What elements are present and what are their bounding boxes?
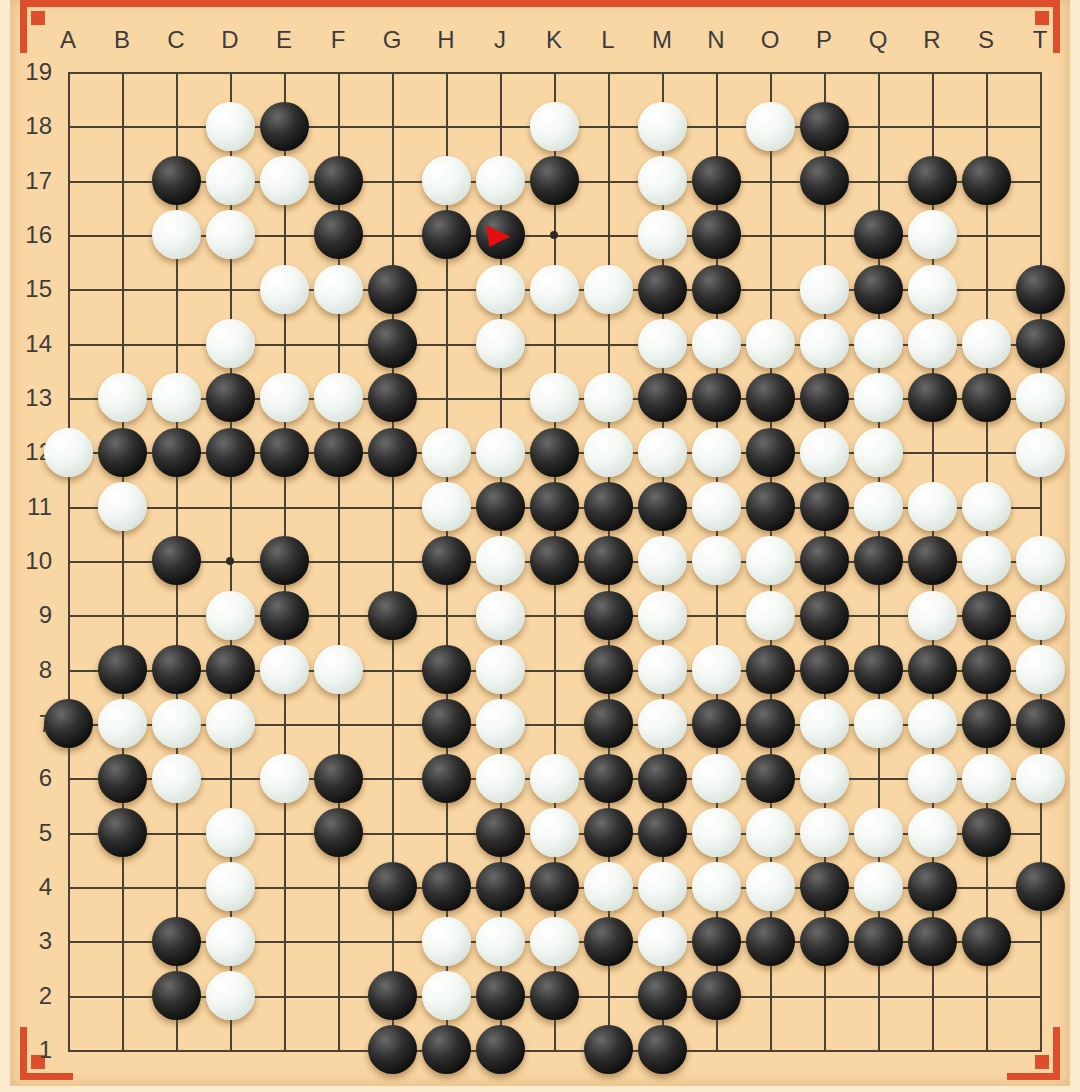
row-label-16: 16 — [8, 221, 52, 249]
stone-black-N13 — [692, 373, 741, 422]
stone-white-J14 — [476, 319, 525, 368]
board-cell[interactable] — [122, 72, 176, 126]
stone-black-R13 — [908, 373, 957, 422]
go-app-screen: ABCDEFGHJKLMNOPQRST191817161514131211109… — [0, 0, 1080, 1092]
stone-black-R3 — [908, 917, 957, 966]
stone-white-T6 — [1016, 754, 1065, 803]
stone-black-K2 — [530, 971, 579, 1020]
column-label-J: J — [473, 26, 527, 54]
stone-white-J8 — [476, 645, 525, 694]
stone-black-H10 — [422, 536, 471, 585]
stone-black-N15 — [692, 265, 741, 314]
stone-black-F6 — [314, 754, 363, 803]
stone-white-N5 — [692, 808, 741, 857]
column-label-Q: Q — [851, 26, 905, 54]
column-label-A: A — [41, 26, 95, 54]
stone-black-M2 — [638, 971, 687, 1020]
stone-white-E17 — [260, 156, 309, 205]
column-label-K: K — [527, 26, 581, 54]
stone-black-T7 — [1016, 699, 1065, 748]
stone-black-L7 — [584, 699, 633, 748]
row-label-8: 8 — [8, 656, 52, 684]
column-label-H: H — [419, 26, 473, 54]
stone-black-P9 — [800, 591, 849, 640]
stone-white-N11 — [692, 482, 741, 531]
stone-black-G9 — [368, 591, 417, 640]
stone-white-P14 — [800, 319, 849, 368]
board-cell[interactable] — [392, 72, 446, 126]
stone-white-F15 — [314, 265, 363, 314]
stone-black-L3 — [584, 917, 633, 966]
stone-black-J4 — [476, 862, 525, 911]
stone-white-J6 — [476, 754, 525, 803]
board-cell[interactable] — [770, 996, 824, 1050]
stone-white-J9 — [476, 591, 525, 640]
stone-white-J3 — [476, 917, 525, 966]
column-label-T: T — [1013, 26, 1067, 54]
stone-white-P7 — [800, 699, 849, 748]
stone-white-B7 — [98, 699, 147, 748]
stone-white-P15 — [800, 265, 849, 314]
stone-black-D13 — [206, 373, 255, 422]
board-cell[interactable] — [68, 126, 122, 180]
row-label-1: 1 — [8, 1036, 52, 1064]
stone-black-E12 — [260, 428, 309, 477]
board-cell[interactable] — [338, 72, 392, 126]
stone-white-D3 — [206, 917, 255, 966]
row-label-5: 5 — [8, 819, 52, 847]
stone-black-P11 — [800, 482, 849, 531]
row-label-15: 15 — [8, 275, 52, 303]
stone-black-J2 — [476, 971, 525, 1020]
stone-white-Q4 — [854, 862, 903, 911]
row-label-18: 18 — [8, 112, 52, 140]
stone-black-O7 — [746, 699, 795, 748]
stone-white-C16 — [152, 210, 201, 259]
stone-black-S8 — [962, 645, 1011, 694]
stone-white-K18 — [530, 102, 579, 151]
stone-white-R5 — [908, 808, 957, 857]
frame-top-bar — [20, 0, 1060, 7]
stone-white-E13 — [260, 373, 309, 422]
stone-black-P3 — [800, 917, 849, 966]
board-cell[interactable] — [68, 941, 122, 995]
row-label-13: 13 — [8, 384, 52, 412]
board-cell[interactable] — [284, 941, 338, 995]
column-label-C: C — [149, 26, 203, 54]
stone-white-L4 — [584, 862, 633, 911]
column-label-D: D — [203, 26, 257, 54]
stone-black-C3 — [152, 917, 201, 966]
stone-white-Q12 — [854, 428, 903, 477]
stone-white-N10 — [692, 536, 741, 585]
stone-black-K11 — [530, 482, 579, 531]
stone-black-K12 — [530, 428, 579, 477]
row-label-9: 9 — [8, 601, 52, 629]
stone-black-E18 — [260, 102, 309, 151]
stone-black-C10 — [152, 536, 201, 585]
stone-white-M18 — [638, 102, 687, 151]
stone-white-M14 — [638, 319, 687, 368]
stone-black-H4 — [422, 862, 471, 911]
star-point-D10 — [226, 557, 234, 565]
stone-white-F13 — [314, 373, 363, 422]
stone-black-N17 — [692, 156, 741, 205]
stone-black-L6 — [584, 754, 633, 803]
stone-white-K5 — [530, 808, 579, 857]
stone-black-L5 — [584, 808, 633, 857]
stone-black-S9 — [962, 591, 1011, 640]
board-cell[interactable] — [932, 996, 986, 1050]
board-cell[interactable] — [68, 561, 122, 615]
stone-black-M15 — [638, 265, 687, 314]
stone-black-G4 — [368, 862, 417, 911]
stone-black-C17 — [152, 156, 201, 205]
stone-white-T13 — [1016, 373, 1065, 422]
stone-black-M5 — [638, 808, 687, 857]
stone-white-D5 — [206, 808, 255, 857]
stone-white-Q7 — [854, 699, 903, 748]
stone-black-O6 — [746, 754, 795, 803]
row-label-6: 6 — [8, 764, 52, 792]
stone-black-M1 — [638, 1025, 687, 1074]
stone-white-C13 — [152, 373, 201, 422]
stone-white-P6 — [800, 754, 849, 803]
stone-black-K10 — [530, 536, 579, 585]
stone-black-B5 — [98, 808, 147, 857]
stone-black-R10 — [908, 536, 957, 585]
column-label-S: S — [959, 26, 1013, 54]
stone-white-S11 — [962, 482, 1011, 531]
stone-white-N12 — [692, 428, 741, 477]
stone-white-M4 — [638, 862, 687, 911]
board-cell[interactable] — [284, 887, 338, 941]
stone-white-N4 — [692, 862, 741, 911]
stone-black-L11 — [584, 482, 633, 531]
stone-white-R15 — [908, 265, 957, 314]
board-cell[interactable] — [446, 72, 500, 126]
stone-black-T4 — [1016, 862, 1065, 911]
stone-black-A7 — [44, 699, 93, 748]
stone-black-G14 — [368, 319, 417, 368]
stone-white-K6 — [530, 754, 579, 803]
stone-black-L10 — [584, 536, 633, 585]
column-label-P: P — [797, 26, 851, 54]
stone-white-D14 — [206, 319, 255, 368]
row-label-3: 3 — [8, 927, 52, 955]
stone-black-P13 — [800, 373, 849, 422]
row-label-19: 19 — [8, 58, 52, 86]
stone-black-O3 — [746, 917, 795, 966]
star-point-K16 — [550, 231, 558, 239]
stone-black-H1 — [422, 1025, 471, 1074]
stone-white-T8 — [1016, 645, 1065, 694]
stone-black-Q16 — [854, 210, 903, 259]
stone-black-K17 — [530, 156, 579, 205]
stone-white-N14 — [692, 319, 741, 368]
stone-white-P12 — [800, 428, 849, 477]
column-label-R: R — [905, 26, 959, 54]
stone-white-M12 — [638, 428, 687, 477]
board-cell[interactable] — [68, 996, 122, 1050]
stone-white-K13 — [530, 373, 579, 422]
board-cell[interactable] — [338, 507, 392, 561]
stone-black-R4 — [908, 862, 957, 911]
stone-white-D9 — [206, 591, 255, 640]
stone-black-M11 — [638, 482, 687, 531]
stone-black-G13 — [368, 373, 417, 422]
stone-black-S17 — [962, 156, 1011, 205]
stone-white-J10 — [476, 536, 525, 585]
stone-white-R14 — [908, 319, 957, 368]
row-label-10: 10 — [8, 547, 52, 575]
stone-black-E10 — [260, 536, 309, 585]
stone-black-P10 — [800, 536, 849, 585]
stone-white-R16 — [908, 210, 957, 259]
stone-white-R7 — [908, 699, 957, 748]
stone-black-Q15 — [854, 265, 903, 314]
stone-white-Q11 — [854, 482, 903, 531]
stone-black-E9 — [260, 591, 309, 640]
stone-white-O4 — [746, 862, 795, 911]
stone-black-J5 — [476, 808, 525, 857]
column-label-M: M — [635, 26, 689, 54]
column-label-B: B — [95, 26, 149, 54]
stone-black-P17 — [800, 156, 849, 205]
stone-white-C7 — [152, 699, 201, 748]
column-label-E: E — [257, 26, 311, 54]
board-cell[interactable] — [986, 72, 1040, 126]
board-cell[interactable] — [824, 996, 878, 1050]
column-label-F: F — [311, 26, 365, 54]
board-cell[interactable] — [878, 996, 932, 1050]
stone-black-H16 — [422, 210, 471, 259]
stone-white-N6 — [692, 754, 741, 803]
stone-black-P4 — [800, 862, 849, 911]
stone-black-N2 — [692, 971, 741, 1020]
column-label-L: L — [581, 26, 635, 54]
stone-white-J12 — [476, 428, 525, 477]
stone-black-H7 — [422, 699, 471, 748]
stone-black-G1 — [368, 1025, 417, 1074]
stone-black-F16 — [314, 210, 363, 259]
stone-black-O11 — [746, 482, 795, 531]
stone-white-Q5 — [854, 808, 903, 857]
stone-white-E8 — [260, 645, 309, 694]
stone-white-M3 — [638, 917, 687, 966]
stone-black-C12 — [152, 428, 201, 477]
board-cell[interactable] — [68, 887, 122, 941]
stone-white-Q14 — [854, 319, 903, 368]
board-cell[interactable] — [68, 181, 122, 235]
stone-white-S10 — [962, 536, 1011, 585]
column-label-O: O — [743, 26, 797, 54]
stone-white-O9 — [746, 591, 795, 640]
stone-white-O5 — [746, 808, 795, 857]
stone-white-H11 — [422, 482, 471, 531]
stone-white-M10 — [638, 536, 687, 585]
stone-black-O8 — [746, 645, 795, 694]
board-cell[interactable] — [284, 996, 338, 1050]
stone-white-K3 — [530, 917, 579, 966]
stone-black-C2 — [152, 971, 201, 1020]
stone-black-N7 — [692, 699, 741, 748]
stone-black-G15 — [368, 265, 417, 314]
board-cell[interactable] — [986, 996, 1040, 1050]
stone-white-E15 — [260, 265, 309, 314]
stone-black-M6 — [638, 754, 687, 803]
stone-white-A12 — [44, 428, 93, 477]
board-cell[interactable] — [878, 72, 932, 126]
stone-white-H3 — [422, 917, 471, 966]
stone-black-M13 — [638, 373, 687, 422]
stone-white-J7 — [476, 699, 525, 748]
board-cell[interactable] — [932, 72, 986, 126]
stone-white-D4 — [206, 862, 255, 911]
stone-black-H6 — [422, 754, 471, 803]
stone-white-D2 — [206, 971, 255, 1020]
board-cell[interactable] — [68, 72, 122, 126]
stone-black-T14 — [1016, 319, 1065, 368]
stone-white-R6 — [908, 754, 957, 803]
stone-black-O13 — [746, 373, 795, 422]
stone-white-L12 — [584, 428, 633, 477]
board-cell[interactable] — [68, 235, 122, 289]
stone-black-B8 — [98, 645, 147, 694]
stone-black-J11 — [476, 482, 525, 531]
stone-white-O14 — [746, 319, 795, 368]
stone-black-Q10 — [854, 536, 903, 585]
stone-white-R9 — [908, 591, 957, 640]
stone-white-D17 — [206, 156, 255, 205]
stone-white-T9 — [1016, 591, 1065, 640]
stone-black-N3 — [692, 917, 741, 966]
stone-black-D12 — [206, 428, 255, 477]
stone-white-K15 — [530, 265, 579, 314]
stone-black-S13 — [962, 373, 1011, 422]
stone-black-F17 — [314, 156, 363, 205]
column-label-G: G — [365, 26, 419, 54]
stone-white-F8 — [314, 645, 363, 694]
stone-white-H12 — [422, 428, 471, 477]
stone-black-Q8 — [854, 645, 903, 694]
stone-white-E6 — [260, 754, 309, 803]
stone-black-J1 — [476, 1025, 525, 1074]
board-cell[interactable] — [122, 289, 176, 343]
stone-black-G12 — [368, 428, 417, 477]
stone-black-L8 — [584, 645, 633, 694]
stone-white-M8 — [638, 645, 687, 694]
stone-black-S3 — [962, 917, 1011, 966]
stone-white-S14 — [962, 319, 1011, 368]
row-label-4: 4 — [8, 873, 52, 901]
stone-black-H8 — [422, 645, 471, 694]
stone-white-R11 — [908, 482, 957, 531]
stone-white-L15 — [584, 265, 633, 314]
stone-black-F5 — [314, 808, 363, 857]
stone-black-G2 — [368, 971, 417, 1020]
stone-black-B12 — [98, 428, 147, 477]
stone-white-O10 — [746, 536, 795, 585]
stone-black-L9 — [584, 591, 633, 640]
stone-black-Q3 — [854, 917, 903, 966]
row-label-11: 11 — [8, 493, 52, 521]
column-label-N: N — [689, 26, 743, 54]
stone-white-J15 — [476, 265, 525, 314]
row-label-14: 14 — [8, 330, 52, 358]
board-cell[interactable] — [68, 289, 122, 343]
stone-white-M9 — [638, 591, 687, 640]
stone-white-C6 — [152, 754, 201, 803]
stone-white-D16 — [206, 210, 255, 259]
stone-black-O12 — [746, 428, 795, 477]
stone-black-C8 — [152, 645, 201, 694]
stone-white-D18 — [206, 102, 255, 151]
stone-black-L1 — [584, 1025, 633, 1074]
stone-white-H2 — [422, 971, 471, 1020]
stone-white-P5 — [800, 808, 849, 857]
stone-black-K4 — [530, 862, 579, 911]
stone-white-N8 — [692, 645, 741, 694]
stone-white-T10 — [1016, 536, 1065, 585]
stone-white-M7 — [638, 699, 687, 748]
stone-black-F12 — [314, 428, 363, 477]
stone-white-H17 — [422, 156, 471, 205]
stone-black-R17 — [908, 156, 957, 205]
stone-white-M17 — [638, 156, 687, 205]
stone-black-R8 — [908, 645, 957, 694]
stone-white-B11 — [98, 482, 147, 531]
stone-white-O18 — [746, 102, 795, 151]
stone-black-S7 — [962, 699, 1011, 748]
stone-black-B6 — [98, 754, 147, 803]
stone-black-N16 — [692, 210, 741, 259]
row-label-17: 17 — [8, 167, 52, 195]
stone-white-B13 — [98, 373, 147, 422]
stone-black-D8 — [206, 645, 255, 694]
stone-black-P18 — [800, 102, 849, 151]
stone-white-Q13 — [854, 373, 903, 422]
stone-white-M16 — [638, 210, 687, 259]
stone-black-P8 — [800, 645, 849, 694]
stone-black-S5 — [962, 808, 1011, 857]
stone-white-S6 — [962, 754, 1011, 803]
stone-white-D7 — [206, 699, 255, 748]
stone-white-J17 — [476, 156, 525, 205]
stone-white-L13 — [584, 373, 633, 422]
stone-white-T12 — [1016, 428, 1065, 477]
stone-black-T15 — [1016, 265, 1065, 314]
row-label-2: 2 — [8, 982, 52, 1010]
